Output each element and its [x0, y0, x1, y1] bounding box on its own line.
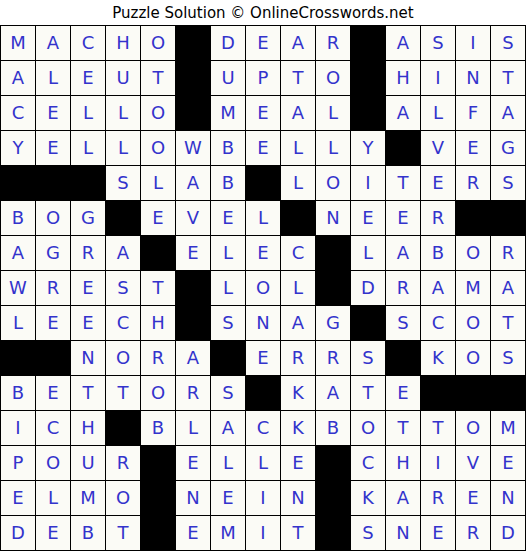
letter-cell-r13c14[interactable]: V — [456, 446, 490, 480]
letter-cell-r9c10[interactable]: G — [316, 306, 350, 340]
letter-cell-r1c14[interactable]: I — [456, 26, 490, 60]
letter-cell-r4c8[interactable]: E — [246, 131, 280, 165]
letter-cell-r11c11[interactable]: T — [351, 376, 385, 410]
block-cell-r3c11 — [351, 96, 385, 130]
letter-cell-r15c2[interactable]: E — [36, 516, 70, 550]
letter-cell-r1c13[interactable]: S — [421, 26, 455, 60]
letter-cell-r9c15[interactable]: T — [491, 306, 525, 340]
letter-cell-r5c11[interactable]: I — [351, 166, 385, 200]
block-cell-r14c5 — [141, 481, 175, 515]
letter-cell-r11c5[interactable]: O — [141, 376, 175, 410]
letter-cell-r7c11[interactable]: L — [351, 236, 385, 270]
letter-cell-r13c1[interactable]: P — [1, 446, 35, 480]
letter-cell-r1c3[interactable]: C — [71, 26, 105, 60]
letter-cell-r2c5[interactable]: T — [141, 61, 175, 95]
letter-cell-r10c15[interactable]: S — [491, 341, 525, 375]
letter-cell-r2c15[interactable]: T — [491, 61, 525, 95]
letter-cell-r15c14[interactable]: R — [456, 516, 490, 550]
crossword-grid: MACHODEARASISALEUTUPTOHINTCELLOMEALALFAY… — [0, 25, 526, 551]
block-cell-r2c11 — [351, 61, 385, 95]
letter-cell-r9c7[interactable]: S — [211, 306, 245, 340]
letter-cell-r15c3[interactable]: B — [71, 516, 105, 550]
letter-cell-r15c8[interactable]: I — [246, 516, 280, 550]
letter-cell-r1c5[interactable]: O — [141, 26, 175, 60]
letter-cell-r11c7[interactable]: S — [211, 376, 245, 410]
letter-cell-r3c12[interactable]: A — [386, 96, 420, 130]
letter-cell-r6c6[interactable]: V — [176, 201, 210, 235]
letter-cell-r9c1[interactable]: L — [1, 306, 35, 340]
letter-cell-r15c9[interactable]: T — [281, 516, 315, 550]
letter-cell-r14c9[interactable]: N — [281, 481, 315, 515]
letter-cell-r7c12[interactable]: A — [386, 236, 420, 270]
block-cell-r10c2 — [36, 341, 70, 375]
puzzle-solution-page: Puzzle Solution © OnlineCrosswords.net M… — [0, 0, 526, 551]
block-cell-r10c7 — [211, 341, 245, 375]
letter-cell-r2c7[interactable]: U — [211, 61, 245, 95]
letter-cell-r14c13[interactable]: R — [421, 481, 455, 515]
letter-cell-r9c13[interactable]: C — [421, 306, 455, 340]
letter-cell-r11c12[interactable]: E — [386, 376, 420, 410]
letter-cell-r15c7[interactable]: M — [211, 516, 245, 550]
letter-cell-r6c3[interactable]: G — [71, 201, 105, 235]
block-cell-r3c6 — [176, 96, 210, 130]
letter-cell-r15c4[interactable]: T — [106, 516, 140, 550]
letter-cell-r10c10[interactable]: R — [316, 341, 350, 375]
block-cell-r5c8 — [246, 166, 280, 200]
letter-cell-r12c12[interactable]: T — [386, 411, 420, 445]
letter-cell-r14c7[interactable]: E — [211, 481, 245, 515]
letter-cell-r2c14[interactable]: N — [456, 61, 490, 95]
letter-cell-r8c3[interactable]: E — [71, 271, 105, 305]
letter-cell-r4c7[interactable]: B — [211, 131, 245, 165]
letter-cell-r9c2[interactable]: E — [36, 306, 70, 340]
block-cell-r10c12 — [386, 341, 420, 375]
letter-cell-r4c1[interactable]: Y — [1, 131, 35, 165]
letter-cell-r10c11[interactable]: S — [351, 341, 385, 375]
letter-cell-r10c13[interactable]: K — [421, 341, 455, 375]
letter-cell-r1c8[interactable]: E — [246, 26, 280, 60]
letter-cell-r10c5[interactable]: R — [141, 341, 175, 375]
letter-cell-r13c13[interactable]: I — [421, 446, 455, 480]
letter-cell-r7c8[interactable]: E — [246, 236, 280, 270]
letter-cell-r5c9[interactable]: L — [281, 166, 315, 200]
letter-cell-r3c10[interactable]: L — [316, 96, 350, 130]
letter-cell-r1c7[interactable]: D — [211, 26, 245, 60]
letter-cell-r5c15[interactable]: S — [491, 166, 525, 200]
letter-cell-r3c7[interactable]: M — [211, 96, 245, 130]
letter-cell-r3c4[interactable]: L — [106, 96, 140, 130]
letter-cell-r10c14[interactable]: O — [456, 341, 490, 375]
letter-cell-r5c14[interactable]: R — [456, 166, 490, 200]
letter-cell-r8c4[interactable]: S — [106, 271, 140, 305]
letter-cell-r6c11[interactable]: E — [351, 201, 385, 235]
letter-cell-r11c10[interactable]: A — [316, 376, 350, 410]
letter-cell-r11c4[interactable]: T — [106, 376, 140, 410]
letter-cell-r13c9[interactable]: E — [281, 446, 315, 480]
letter-cell-r8c11[interactable]: D — [351, 271, 385, 305]
block-cell-r11c15 — [491, 376, 525, 410]
block-cell-r15c10 — [316, 516, 350, 550]
letter-cell-r14c3[interactable]: M — [71, 481, 105, 515]
letter-cell-r1c2[interactable]: A — [36, 26, 70, 60]
letter-cell-r1c9[interactable]: A — [281, 26, 315, 60]
letter-cell-r13c6[interactable]: E — [176, 446, 210, 480]
letter-cell-r5c7[interactable]: B — [211, 166, 245, 200]
page-title: Puzzle Solution © OnlineCrosswords.net — [0, 0, 526, 25]
block-cell-r6c4 — [106, 201, 140, 235]
letter-cell-r2c9[interactable]: T — [281, 61, 315, 95]
block-cell-r7c5 — [141, 236, 175, 270]
letter-cell-r3c9[interactable]: A — [281, 96, 315, 130]
letter-cell-r7c2[interactable]: G — [36, 236, 70, 270]
letter-cell-r10c6[interactable]: A — [176, 341, 210, 375]
letter-cell-r7c1[interactable]: A — [1, 236, 35, 270]
letter-cell-r3c13[interactable]: L — [421, 96, 455, 130]
letter-cell-r13c3[interactable]: U — [71, 446, 105, 480]
letter-cell-r5c13[interactable]: E — [421, 166, 455, 200]
letter-cell-r2c8[interactable]: P — [246, 61, 280, 95]
letter-cell-r7c14[interactable]: O — [456, 236, 490, 270]
letter-cell-r11c6[interactable]: R — [176, 376, 210, 410]
letter-cell-r6c2[interactable]: O — [36, 201, 70, 235]
letter-cell-r11c1[interactable]: B — [1, 376, 35, 410]
letter-cell-r1c12[interactable]: A — [386, 26, 420, 60]
letter-cell-r12c3[interactable]: H — [71, 411, 105, 445]
letter-cell-r9c14[interactable]: O — [456, 306, 490, 340]
letter-cell-r12c1[interactable]: I — [1, 411, 35, 445]
block-cell-r8c10 — [316, 271, 350, 305]
block-cell-r4c12 — [386, 131, 420, 165]
letter-cell-r1c15[interactable]: S — [491, 26, 525, 60]
letter-cell-r6c5[interactable]: E — [141, 201, 175, 235]
block-cell-r5c2 — [36, 166, 70, 200]
block-cell-r12c4 — [106, 411, 140, 445]
letter-cell-r2c4[interactable]: U — [106, 61, 140, 95]
letter-cell-r4c11[interactable]: Y — [351, 131, 385, 165]
letter-cell-r8c8[interactable]: O — [246, 271, 280, 305]
letter-cell-r8c9[interactable]: L — [281, 271, 315, 305]
letter-cell-r5c4[interactable]: S — [106, 166, 140, 200]
letter-cell-r8c15[interactable]: A — [491, 271, 525, 305]
letter-cell-r10c9[interactable]: R — [281, 341, 315, 375]
block-cell-r14c10 — [316, 481, 350, 515]
letter-cell-r15c11[interactable]: S — [351, 516, 385, 550]
letter-cell-r4c15[interactable]: G — [491, 131, 525, 165]
block-cell-r6c15 — [491, 201, 525, 235]
letter-cell-r2c10[interactable]: O — [316, 61, 350, 95]
block-cell-r13c10 — [316, 446, 350, 480]
letter-cell-r1c4[interactable]: H — [106, 26, 140, 60]
block-cell-r13c5 — [141, 446, 175, 480]
letter-cell-r11c2[interactable]: E — [36, 376, 70, 410]
letter-cell-r6c10[interactable]: N — [316, 201, 350, 235]
letter-cell-r8c5[interactable]: T — [141, 271, 175, 305]
letter-cell-r15c12[interactable]: N — [386, 516, 420, 550]
letter-cell-r14c15[interactable]: N — [491, 481, 525, 515]
block-cell-r9c6 — [176, 306, 210, 340]
letter-cell-r5c6[interactable]: A — [176, 166, 210, 200]
letter-cell-r14c4[interactable]: O — [106, 481, 140, 515]
block-cell-r15c5 — [141, 516, 175, 550]
letter-cell-r12c13[interactable]: T — [421, 411, 455, 445]
letter-cell-r4c13[interactable]: V — [421, 131, 455, 165]
letter-cell-r14c11[interactable]: K — [351, 481, 385, 515]
letter-cell-r7c3[interactable]: R — [71, 236, 105, 270]
block-cell-r5c3 — [71, 166, 105, 200]
letter-cell-r7c4[interactable]: A — [106, 236, 140, 270]
letter-cell-r12c2[interactable]: C — [36, 411, 70, 445]
letter-cell-r10c3[interactable]: N — [71, 341, 105, 375]
block-cell-r8c6 — [176, 271, 210, 305]
block-cell-r6c9 — [281, 201, 315, 235]
letter-cell-r13c12[interactable]: H — [386, 446, 420, 480]
letter-cell-r7c15[interactable]: R — [491, 236, 525, 270]
letter-cell-r4c3[interactable]: L — [71, 131, 105, 165]
letter-cell-r2c3[interactable]: E — [71, 61, 105, 95]
letter-cell-r4c5[interactable]: O — [141, 131, 175, 165]
letter-cell-r15c1[interactable]: D — [1, 516, 35, 550]
letter-cell-r12c5[interactable]: B — [141, 411, 175, 445]
letter-cell-r7c7[interactable]: L — [211, 236, 245, 270]
letter-cell-r13c2[interactable]: O — [36, 446, 70, 480]
letter-cell-r9c4[interactable]: C — [106, 306, 140, 340]
letter-cell-r4c2[interactable]: E — [36, 131, 70, 165]
block-cell-r6c14 — [456, 201, 490, 235]
letter-cell-r6c12[interactable]: E — [386, 201, 420, 235]
block-cell-r11c14 — [456, 376, 490, 410]
letter-cell-r12c9[interactable]: K — [281, 411, 315, 445]
letter-cell-r9c9[interactable]: A — [281, 306, 315, 340]
letter-cell-r15c6[interactable]: E — [176, 516, 210, 550]
letter-cell-r2c2[interactable]: L — [36, 61, 70, 95]
letter-cell-r10c8[interactable]: E — [246, 341, 280, 375]
letter-cell-r8c1[interactable]: W — [1, 271, 35, 305]
letter-cell-r2c1[interactable]: A — [1, 61, 35, 95]
block-cell-r1c11 — [351, 26, 385, 60]
letter-cell-r8c2[interactable]: R — [36, 271, 70, 305]
letter-cell-r5c12[interactable]: T — [386, 166, 420, 200]
letter-cell-r4c10[interactable]: L — [316, 131, 350, 165]
letter-cell-r10c4[interactable]: O — [106, 341, 140, 375]
letter-cell-r9c8[interactable]: N — [246, 306, 280, 340]
letter-cell-r2c12[interactable]: H — [386, 61, 420, 95]
letter-cell-r15c13[interactable]: E — [421, 516, 455, 550]
letter-cell-r14c6[interactable]: N — [176, 481, 210, 515]
block-cell-r11c8 — [246, 376, 280, 410]
block-cell-r1c6 — [176, 26, 210, 60]
letter-cell-r9c5[interactable]: H — [141, 306, 175, 340]
letter-cell-r12c14[interactable]: O — [456, 411, 490, 445]
letter-cell-r9c12[interactable]: S — [386, 306, 420, 340]
letter-cell-r6c1[interactable]: B — [1, 201, 35, 235]
block-cell-r2c6 — [176, 61, 210, 95]
letter-cell-r4c6[interactable]: W — [176, 131, 210, 165]
letter-cell-r13c4[interactable]: R — [106, 446, 140, 480]
letter-cell-r13c11[interactable]: C — [351, 446, 385, 480]
letter-cell-r12c7[interactable]: A — [211, 411, 245, 445]
block-cell-r10c1 — [1, 341, 35, 375]
letter-cell-r7c6[interactable]: E — [176, 236, 210, 270]
letter-cell-r3c2[interactable]: E — [36, 96, 70, 130]
letter-cell-r8c13[interactable]: A — [421, 271, 455, 305]
letter-cell-r11c3[interactable]: T — [71, 376, 105, 410]
letter-cell-r3c3[interactable]: L — [71, 96, 105, 130]
letter-cell-r3c15[interactable]: A — [491, 96, 525, 130]
letter-cell-r8c7[interactable]: L — [211, 271, 245, 305]
letter-cell-r7c13[interactable]: B — [421, 236, 455, 270]
letter-cell-r5c10[interactable]: O — [316, 166, 350, 200]
block-cell-r7c10 — [316, 236, 350, 270]
letter-cell-r8c14[interactable]: M — [456, 271, 490, 305]
letter-cell-r6c7[interactable]: E — [211, 201, 245, 235]
letter-cell-r4c9[interactable]: L — [281, 131, 315, 165]
letter-cell-r14c14[interactable]: E — [456, 481, 490, 515]
letter-cell-r11c9[interactable]: K — [281, 376, 315, 410]
letter-cell-r13c8[interactable]: L — [246, 446, 280, 480]
letter-cell-r6c8[interactable]: L — [246, 201, 280, 235]
letter-cell-r3c8[interactable]: E — [246, 96, 280, 130]
letter-cell-r5c5[interactable]: L — [141, 166, 175, 200]
letter-cell-r2c13[interactable]: I — [421, 61, 455, 95]
letter-cell-r12c15[interactable]: M — [491, 411, 525, 445]
letter-cell-r4c4[interactable]: L — [106, 131, 140, 165]
letter-cell-r7c9[interactable]: C — [281, 236, 315, 270]
letter-cell-r9c3[interactable]: E — [71, 306, 105, 340]
letter-cell-r13c7[interactable]: L — [211, 446, 245, 480]
block-cell-r11c13 — [421, 376, 455, 410]
block-cell-r5c1 — [1, 166, 35, 200]
block-cell-r9c11 — [351, 306, 385, 340]
letter-cell-r6c13[interactable]: R — [421, 201, 455, 235]
letter-cell-r12c10[interactable]: B — [316, 411, 350, 445]
letter-cell-r12c11[interactable]: O — [351, 411, 385, 445]
letter-cell-r3c14[interactable]: F — [456, 96, 490, 130]
letter-cell-r1c1[interactable]: M — [1, 26, 35, 60]
letter-cell-r15c15[interactable]: D — [491, 516, 525, 550]
letter-cell-r3c1[interactable]: C — [1, 96, 35, 130]
letter-cell-r14c12[interactable]: A — [386, 481, 420, 515]
letter-cell-r14c1[interactable]: E — [1, 481, 35, 515]
letter-cell-r14c8[interactable]: I — [246, 481, 280, 515]
letter-cell-r14c2[interactable]: L — [36, 481, 70, 515]
letter-cell-r1c10[interactable]: R — [316, 26, 350, 60]
letter-cell-r8c12[interactable]: R — [386, 271, 420, 305]
letter-cell-r12c6[interactable]: L — [176, 411, 210, 445]
letter-cell-r3c5[interactable]: O — [141, 96, 175, 130]
letter-cell-r12c8[interactable]: C — [246, 411, 280, 445]
letter-cell-r4c14[interactable]: E — [456, 131, 490, 165]
letter-cell-r13c15[interactable]: E — [491, 446, 525, 480]
